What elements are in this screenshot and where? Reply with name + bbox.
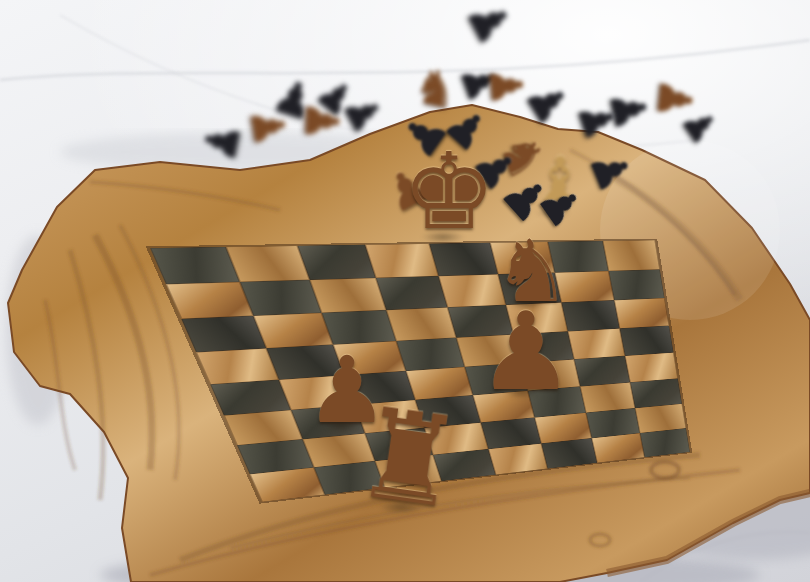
piece-brown-pawn-f4[interactable]: ♟ [478, 298, 575, 406]
square-c7[interactable] [310, 278, 387, 313]
piece-brown-rook-c1[interactable]: ♜ [349, 389, 468, 526]
square-a8[interactable] [150, 247, 240, 284]
square-h6[interactable] [614, 298, 669, 328]
square-g4[interactable] [574, 356, 630, 387]
scattered-brown-pawn[interactable]: ♟ [298, 100, 345, 143]
photo-scene: ♚♞♟♟♜♟♟♟♟♟♟♟♞♟♟♟♟♟♟♟♟♟♞♟♟♟♟♟♝ [0, 0, 810, 582]
scattered-brown-pawn[interactable]: ♟ [243, 104, 293, 150]
square-c8[interactable] [297, 245, 375, 280]
square-b8[interactable] [226, 246, 310, 282]
square-a6[interactable] [181, 316, 266, 353]
square-b7[interactable] [240, 280, 322, 316]
square-h7[interactable] [609, 269, 665, 300]
square-d5[interactable] [396, 338, 464, 371]
square-a5[interactable] [196, 348, 279, 384]
square-d6[interactable] [386, 307, 456, 341]
square-g5[interactable] [568, 328, 625, 359]
square-d7[interactable] [376, 276, 448, 310]
square-h8[interactable] [603, 240, 660, 271]
square-h5[interactable] [620, 326, 674, 356]
piece-brown-king-e8[interactable]: ♚ [402, 140, 496, 245]
square-h4[interactable] [625, 352, 678, 382]
square-a7[interactable] [166, 282, 253, 319]
